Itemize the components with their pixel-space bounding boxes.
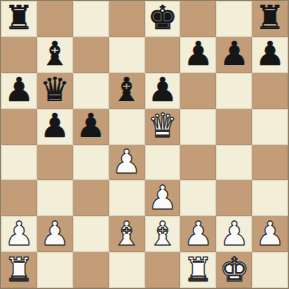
square-h7[interactable]: ♟ — [252, 37, 288, 73]
square-e5[interactable]: ♛ — [145, 109, 181, 145]
square-c6[interactable] — [73, 73, 109, 109]
square-h6[interactable] — [252, 73, 288, 109]
piece-black-rook[interactable]: ♜ — [255, 1, 285, 34]
square-a1[interactable]: ♜ — [1, 252, 37, 288]
square-d4[interactable]: ♟ — [109, 145, 145, 181]
square-a4[interactable] — [1, 145, 37, 181]
square-c1[interactable] — [73, 252, 109, 288]
square-g6[interactable] — [216, 73, 252, 109]
square-d1[interactable] — [109, 252, 145, 288]
square-f3[interactable] — [180, 180, 216, 216]
square-b2[interactable]: ♟ — [37, 216, 73, 252]
square-h4[interactable] — [252, 145, 288, 181]
piece-black-pawn[interactable]: ♟ — [255, 37, 285, 70]
square-a2[interactable]: ♟ — [1, 216, 37, 252]
square-c2[interactable] — [73, 216, 109, 252]
square-d5[interactable] — [109, 109, 145, 145]
piece-white-pawn[interactable]: ♟ — [148, 181, 178, 214]
piece-white-pawn[interactable]: ♟ — [255, 217, 285, 250]
piece-black-king[interactable]: ♚ — [148, 1, 178, 34]
piece-black-pawn[interactable]: ♟ — [219, 37, 249, 70]
piece-black-pawn[interactable]: ♟ — [148, 73, 178, 106]
square-f6[interactable] — [180, 73, 216, 109]
square-f1[interactable]: ♜ — [180, 252, 216, 288]
square-b3[interactable] — [37, 180, 73, 216]
square-h8[interactable]: ♜ — [252, 1, 288, 37]
piece-black-pawn[interactable]: ♟ — [184, 37, 214, 70]
square-c4[interactable] — [73, 145, 109, 181]
square-h5[interactable] — [252, 109, 288, 145]
square-c5[interactable]: ♟ — [73, 109, 109, 145]
square-e7[interactable] — [145, 37, 181, 73]
piece-white-rook[interactable]: ♜ — [4, 253, 34, 286]
square-g7[interactable]: ♟ — [216, 37, 252, 73]
piece-white-pawn[interactable]: ♟ — [219, 217, 249, 250]
square-e8[interactable]: ♚ — [145, 1, 181, 37]
square-e6[interactable]: ♟ — [145, 73, 181, 109]
square-b5[interactable]: ♟ — [37, 109, 73, 145]
piece-white-pawn[interactable]: ♟ — [184, 217, 214, 250]
piece-white-bishop[interactable]: ♝ — [112, 217, 142, 250]
piece-white-queen[interactable]: ♛ — [148, 109, 178, 142]
piece-black-bishop[interactable]: ♝ — [40, 37, 70, 70]
piece-white-pawn[interactable]: ♟ — [40, 217, 70, 250]
chess-board-container: ♜♚♜♝♟♟♟♟♛♝♟♟♟♛♟♟♟♟♝♝♟♟♟♜♜♚ — [0, 0, 289, 289]
square-a3[interactable] — [1, 180, 37, 216]
square-c3[interactable] — [73, 180, 109, 216]
square-f8[interactable] — [180, 1, 216, 37]
piece-black-bishop[interactable]: ♝ — [112, 73, 142, 106]
piece-white-king[interactable]: ♚ — [219, 253, 249, 286]
square-d8[interactable] — [109, 1, 145, 37]
square-e1[interactable] — [145, 252, 181, 288]
piece-black-pawn[interactable]: ♟ — [4, 73, 34, 106]
square-g3[interactable] — [216, 180, 252, 216]
square-f7[interactable]: ♟ — [180, 37, 216, 73]
square-h1[interactable] — [252, 252, 288, 288]
piece-white-bishop[interactable]: ♝ — [148, 217, 178, 250]
square-e3[interactable]: ♟ — [145, 180, 181, 216]
square-g8[interactable] — [216, 1, 252, 37]
square-h3[interactable] — [252, 180, 288, 216]
square-b6[interactable]: ♛ — [37, 73, 73, 109]
square-b1[interactable] — [37, 252, 73, 288]
square-g4[interactable] — [216, 145, 252, 181]
square-d2[interactable]: ♝ — [109, 216, 145, 252]
piece-white-rook[interactable]: ♜ — [184, 253, 214, 286]
piece-black-pawn[interactable]: ♟ — [76, 109, 106, 142]
square-e2[interactable]: ♝ — [145, 216, 181, 252]
square-f4[interactable] — [180, 145, 216, 181]
piece-black-queen[interactable]: ♛ — [40, 73, 70, 106]
square-g5[interactable] — [216, 109, 252, 145]
chess-board: ♜♚♜♝♟♟♟♟♛♝♟♟♟♛♟♟♟♟♝♝♟♟♟♜♜♚ — [0, 0, 289, 289]
square-h2[interactable]: ♟ — [252, 216, 288, 252]
square-b8[interactable] — [37, 1, 73, 37]
piece-white-pawn[interactable]: ♟ — [112, 145, 142, 178]
square-b4[interactable] — [37, 145, 73, 181]
square-c8[interactable] — [73, 1, 109, 37]
square-f5[interactable] — [180, 109, 216, 145]
piece-black-rook[interactable]: ♜ — [4, 1, 34, 34]
square-e4[interactable] — [145, 145, 181, 181]
piece-white-pawn[interactable]: ♟ — [4, 217, 34, 250]
square-g2[interactable]: ♟ — [216, 216, 252, 252]
square-g1[interactable]: ♚ — [216, 252, 252, 288]
square-d6[interactable]: ♝ — [109, 73, 145, 109]
square-a8[interactable]: ♜ — [1, 1, 37, 37]
square-d3[interactable] — [109, 180, 145, 216]
square-a5[interactable] — [1, 109, 37, 145]
square-b7[interactable]: ♝ — [37, 37, 73, 73]
square-d7[interactable] — [109, 37, 145, 73]
square-a6[interactable]: ♟ — [1, 73, 37, 109]
square-f2[interactable]: ♟ — [180, 216, 216, 252]
square-a7[interactable] — [1, 37, 37, 73]
square-c7[interactable] — [73, 37, 109, 73]
piece-black-pawn[interactable]: ♟ — [40, 109, 70, 142]
